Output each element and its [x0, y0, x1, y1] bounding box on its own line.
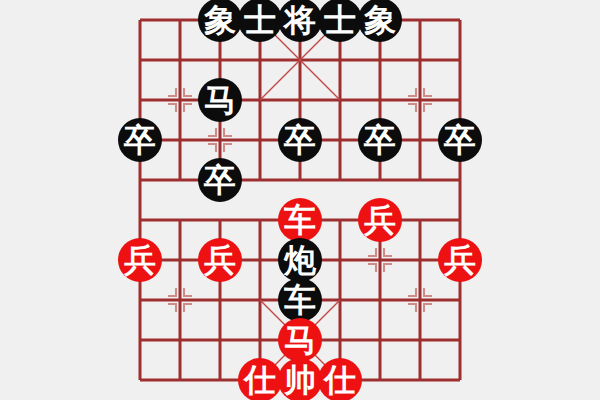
piece-black-soldier[interactable]: 卒	[358, 118, 402, 162]
piece-black-chariot[interactable]: 车	[278, 278, 322, 322]
piece-red-horse[interactable]: 马	[278, 318, 322, 362]
piece-black-advisor[interactable]: 士	[238, 0, 282, 42]
piece-red-advisor[interactable]: 仕	[238, 358, 282, 400]
piece-black-soldier[interactable]: 卒	[198, 158, 242, 202]
piece-black-general[interactable]: 将	[278, 0, 322, 42]
piece-red-chariot[interactable]: 车	[278, 198, 322, 242]
piece-red-soldier[interactable]: 兵	[358, 198, 402, 242]
piece-red-general[interactable]: 帅	[278, 358, 322, 400]
piece-black-cannon[interactable]: 炮	[278, 238, 322, 282]
piece-black-horse[interactable]: 马	[198, 78, 242, 122]
piece-red-soldier[interactable]: 兵	[118, 238, 162, 282]
piece-black-soldier[interactable]: 卒	[278, 118, 322, 162]
piece-red-advisor[interactable]: 仕	[318, 358, 362, 400]
piece-red-soldier[interactable]: 兵	[438, 238, 482, 282]
piece-black-soldier[interactable]: 卒	[438, 118, 482, 162]
piece-black-elephant[interactable]: 象	[358, 0, 402, 42]
xiangqi-board-screenshot: 象士将士象马卒卒卒卒卒车兵兵兵炮兵车马仕帅仕	[0, 0, 600, 400]
xiangqi-board[interactable]: 象士将士象马卒卒卒卒卒车兵兵兵炮兵车马仕帅仕	[140, 20, 460, 380]
piece-black-soldier[interactable]: 卒	[118, 118, 162, 162]
piece-black-elephant[interactable]: 象	[198, 0, 242, 42]
piece-red-soldier[interactable]: 兵	[198, 238, 242, 282]
piece-black-advisor[interactable]: 士	[318, 0, 362, 42]
